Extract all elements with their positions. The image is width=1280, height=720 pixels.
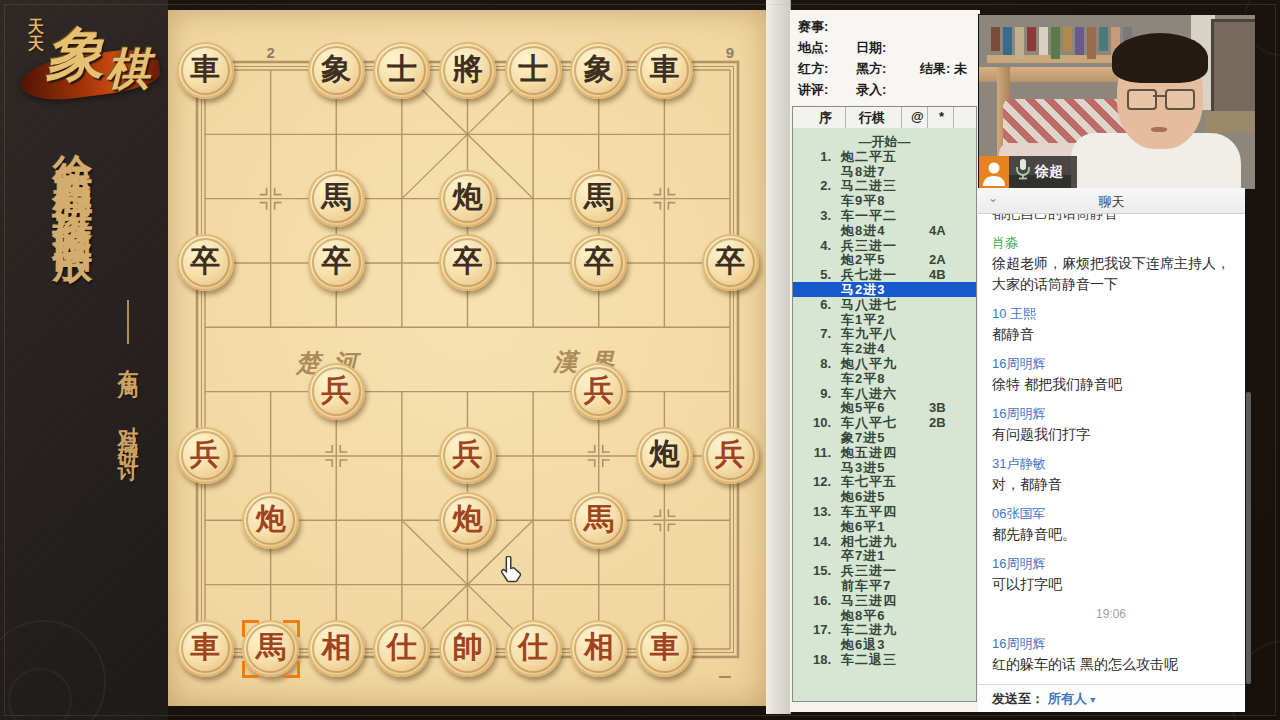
glasses-right-lens <box>1165 89 1195 110</box>
black-piece-士[interactable]: 士 <box>373 42 430 99</box>
chat-username: 16周明辉 <box>992 355 1245 374</box>
glasses-bridge <box>1153 95 1165 97</box>
move-row[interactable]: 10.车八平七2B <box>793 415 976 430</box>
red-piece-炮[interactable]: 炮 <box>242 492 299 549</box>
info-place: 地点: <box>798 39 828 57</box>
file-label-9: 9 <box>726 44 734 61</box>
black-piece-車[interactable]: 車 <box>177 42 234 99</box>
move-row[interactable]: 3.车一平二 <box>793 208 976 223</box>
chat-panel: ⌄ 聊天 都把自己的话筒静音肖淼徐超老师，麻烦把我设下连席主持人，大家的话筒静音… <box>978 188 1245 712</box>
chat-header[interactable]: ⌄ 聊天 <box>978 188 1245 214</box>
clipped-message: 都把自己的话筒静音 <box>992 214 1245 224</box>
move-row[interactable]: 8.炮八平九 <box>793 356 976 371</box>
move-row[interactable]: —开始— <box>793 134 976 149</box>
red-piece-車[interactable]: 車 <box>177 620 234 677</box>
logo-main-text: 象棋 <box>46 16 148 94</box>
move-row[interactable]: 11.炮五进四 <box>793 445 976 460</box>
xiangqi-board[interactable]: 29 楚河 漢界 車象士將士象車馬炮馬卒卒卒卒卒炮兵兵兵兵兵炮炮馬車馬相仕帥仕相… <box>168 10 766 706</box>
black-piece-卒[interactable]: 卒 <box>570 234 627 291</box>
move-row[interactable]: 2.马二进三 <box>793 178 976 193</box>
black-piece-卒[interactable]: 卒 <box>308 234 365 291</box>
move-list[interactable]: —开始—1.炮二平五马8进72.马二进三车9平83.车一平二炮8进44A4.兵三… <box>793 128 976 701</box>
red-piece-仕[interactable]: 仕 <box>505 620 562 677</box>
chat-message-text: 徐特 都把我们静音吧 <box>992 374 1230 395</box>
black-piece-卒[interactable]: 卒 <box>702 234 759 291</box>
red-piece-相[interactable]: 相 <box>308 620 365 677</box>
board-corner-dash <box>719 676 731 678</box>
move-row[interactable]: 炮5平63B <box>793 400 976 415</box>
black-piece-士[interactable]: 士 <box>505 42 562 99</box>
move-row[interactable]: 前车平7 <box>793 578 976 593</box>
black-piece-炮[interactable]: 炮 <box>439 170 496 227</box>
move-row[interactable]: 15.兵三进一 <box>793 563 976 578</box>
info-result: 结果: 未 <box>920 60 967 78</box>
black-piece-馬[interactable]: 馬 <box>308 170 365 227</box>
person-hair <box>1112 33 1208 83</box>
move-row[interactable]: 马3进5 <box>793 460 976 475</box>
black-piece-車[interactable]: 車 <box>636 42 693 99</box>
chat-username: 06张国军 <box>992 505 1245 524</box>
window <box>1211 19 1256 117</box>
move-row[interactable]: 炮6进5 <box>793 489 976 504</box>
move-row[interactable]: 1.炮二平五 <box>793 149 976 164</box>
tiantian-xiangqi-logo: 天天 象棋 <box>6 10 164 115</box>
glasses-left-lens <box>1127 89 1157 110</box>
move-row[interactable]: 13.车五平四 <box>793 504 976 519</box>
move-row[interactable]: 炮8进44A <box>793 223 976 238</box>
chat-message-text: 都静音 <box>992 324 1230 345</box>
window-sill <box>1205 111 1255 133</box>
move-row[interactable]: 车9平8 <box>793 193 976 208</box>
move-row[interactable]: 马8进7 <box>793 164 976 179</box>
move-row-current[interactable]: 马2进3 <box>793 282 976 297</box>
speaker-name: 徐超 <box>1035 163 1063 181</box>
logo-small-text: 天天 <box>28 18 46 52</box>
move-row[interactable]: 7.车九平八 <box>793 326 976 341</box>
info-event: 赛事: <box>798 18 828 36</box>
chat-message-text: 红的躲车的话 黑的怎么攻击呢 <box>992 654 1230 675</box>
send-to-caret-icon[interactable]: ▾ <box>1090 694 1095 705</box>
move-row[interactable]: 14.相七进九 <box>793 534 976 549</box>
move-row[interactable]: 9.车八进六 <box>793 386 976 401</box>
move-row[interactable]: 车2平8 <box>793 371 976 386</box>
col-seq: 序 <box>819 109 832 127</box>
red-piece-兵[interactable]: 兵 <box>308 363 365 420</box>
chat-username: 31卢静敏 <box>992 455 1245 474</box>
red-piece-相[interactable]: 相 <box>570 620 627 677</box>
chat-timestamp: 19:06 <box>992 607 1230 625</box>
selected-piece-marker <box>242 620 300 678</box>
red-piece-兵[interactable]: 兵 <box>177 427 234 484</box>
col-at: @ <box>911 109 924 124</box>
black-piece-炮[interactable]: 炮 <box>636 427 693 484</box>
move-row[interactable]: 炮8平6 <box>793 608 976 623</box>
move-table-header: 序 行棋 @ * <box>793 107 976 129</box>
chat-message-text: 有问题我们打字 <box>992 424 1230 445</box>
app-window: 天天 象棋 徐超布局研讨进修班回放 布局+对局研讨 29 楚河 漢界 車象士將士… <box>0 0 1280 720</box>
chat-messages[interactable]: 都把自己的话筒静音肖淼徐超老师，麻烦把我设下连席主持人，大家的话筒静音一下10 … <box>978 214 1245 685</box>
move-row[interactable]: 5.兵七进一4B <box>793 267 976 282</box>
file-label-2: 2 <box>266 44 274 61</box>
col-move: 行棋 <box>859 109 885 127</box>
chat-message-text: 都先静音吧。 <box>992 524 1230 545</box>
subtitle-dash <box>127 300 129 344</box>
chat-scrollbar[interactable] <box>1246 392 1251 684</box>
info-comment: 讲评: <box>798 81 828 99</box>
chat-username: 16周明辉 <box>992 555 1245 574</box>
black-piece-象[interactable]: 象 <box>308 42 365 99</box>
chat-username: 16周明辉 <box>992 635 1245 654</box>
send-to-target[interactable]: 所有人 <box>1048 691 1087 706</box>
game-info-header: 赛事: 地点: 日期: 红方: 黑方: 结果: 未 讲评: 录入: <box>790 10 980 106</box>
move-table: 序 行棋 @ * —开始—1.炮二平五马8进72.马二进三车9平83.车一平二炮… <box>792 106 977 702</box>
chat-message-text: 对，都静音 <box>992 474 1230 495</box>
black-piece-卒[interactable]: 卒 <box>177 234 234 291</box>
move-row[interactable]: 18.车二退三 <box>793 652 976 667</box>
panel-divider <box>766 0 791 714</box>
info-entry: 录入: <box>856 81 886 99</box>
red-piece-馬[interactable]: 馬 <box>570 492 627 549</box>
info-date: 日期: <box>856 39 886 57</box>
chat-username: 肖淼 <box>992 234 1245 253</box>
red-piece-仕[interactable]: 仕 <box>373 620 430 677</box>
move-row[interactable]: 12.车七平五 <box>793 474 976 489</box>
chat-footer: 发送至： 所有人 ▾ <box>978 684 1245 712</box>
col-star: * <box>939 109 944 124</box>
chat-title: 聊天 <box>978 193 1245 211</box>
stream-title-vertical: 徐超布局研讨进修班回放 <box>46 122 101 674</box>
chat-message-text: 徐超老师，麻烦把我设下连席主持人，大家的话筒静音一下 <box>992 253 1230 295</box>
move-row[interactable]: 炮6退3 <box>793 637 976 652</box>
move-row[interactable]: 6.马八进七 <box>793 297 976 312</box>
red-piece-帥[interactable]: 帥 <box>439 620 496 677</box>
move-row[interactable]: 象7进5 <box>793 430 976 445</box>
board-grid <box>168 10 766 706</box>
move-row[interactable]: 炮2平52A <box>793 252 976 267</box>
move-row[interactable]: 车1平2 <box>793 312 976 327</box>
microphone-icon[interactable] <box>1015 158 1031 184</box>
move-row[interactable]: 车2进4 <box>793 341 976 356</box>
avatar-icon <box>979 156 1009 189</box>
black-piece-馬[interactable]: 馬 <box>570 170 627 227</box>
move-list-panel: 赛事: 地点: 日期: 红方: 黑方: 结果: 未 讲评: 录入: 序 行棋 @… <box>790 10 980 712</box>
move-row[interactable]: 4.兵三进一 <box>793 238 976 253</box>
chat-message-text: 可以打字吧 <box>992 574 1230 595</box>
red-piece-車[interactable]: 車 <box>636 620 693 677</box>
chat-username: 16周明辉 <box>992 405 1245 424</box>
red-piece-兵[interactable]: 兵 <box>702 427 759 484</box>
red-piece-炮[interactable]: 炮 <box>439 492 496 549</box>
red-piece-兵[interactable]: 兵 <box>570 363 627 420</box>
info-red: 红方: <box>798 60 828 78</box>
move-row[interactable]: 17.车二进九 <box>793 622 976 637</box>
info-black: 黑方: <box>856 60 886 78</box>
person-mouth <box>1151 127 1167 132</box>
black-piece-將[interactable]: 將 <box>439 42 496 99</box>
move-row[interactable]: 16.马三进四 <box>793 593 976 608</box>
send-to-label: 发送至： <box>992 691 1044 706</box>
black-piece-象[interactable]: 象 <box>570 42 627 99</box>
move-row[interactable]: 炮6平1 <box>793 519 976 534</box>
webcam-video: 徐超 <box>978 14 1256 190</box>
black-piece-卒[interactable]: 卒 <box>439 234 496 291</box>
sidebar: 天天 象棋 徐超布局研讨进修班回放 布局+对局研讨 <box>0 0 168 720</box>
chat-username: 10 王熙 <box>992 305 1245 324</box>
red-piece-兵[interactable]: 兵 <box>439 427 496 484</box>
move-row[interactable]: 卒7进1 <box>793 548 976 563</box>
stream-subtitle-vertical: 布局+对局研讨 <box>114 352 142 602</box>
